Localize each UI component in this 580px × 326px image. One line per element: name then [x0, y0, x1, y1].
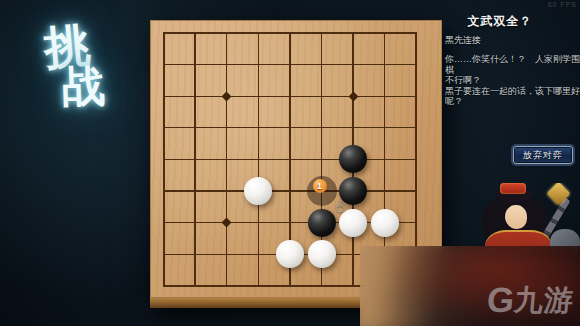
white-stone — [308, 240, 336, 268]
puzzle-objective: 黑先连接 — [445, 34, 481, 47]
dialog-line-3: 黑子要连在一起的话，该下哪里好 — [445, 86, 580, 97]
dialog-line-1: 你……你笑什么！？ 人家刚学围棋 — [445, 54, 580, 75]
dialog-line-2: 不行啊？ — [445, 75, 580, 86]
fps-indicator: 60 FPS — [548, 1, 577, 8]
game-screen: 60 FPS 挑 战 G 九游 文武双全？ 黑先连接 你……你笑什么！？ 人家刚… — [0, 0, 580, 326]
resign-button[interactable]: 放弃对弈 — [513, 146, 573, 164]
watermark-logo-glyph: G — [485, 281, 516, 319]
hint-marker[interactable]: 1☝ — [307, 176, 337, 206]
dialog-text: 你……你笑什么！？ 人家刚学围棋 不行啊？ 黑子要连在一起的话，该下哪里好 呢？ — [445, 54, 580, 107]
dialog-line-4: 呢？ — [445, 96, 580, 107]
grid-line-horizontal — [163, 159, 418, 160]
portrait-face — [505, 205, 527, 229]
hint-number: 1 — [313, 179, 327, 193]
portrait-crown — [500, 183, 526, 194]
banner-char-2: 战 — [61, 57, 106, 116]
watermark-9game: G 九游 — [485, 281, 576, 319]
watermark-logo-text: 九游 — [513, 281, 576, 319]
black-stone — [308, 209, 336, 237]
white-stone — [276, 240, 304, 268]
puzzle-title: 文武双全？ — [430, 13, 570, 30]
white-stone — [371, 209, 399, 237]
grid-line-horizontal — [163, 190, 418, 191]
